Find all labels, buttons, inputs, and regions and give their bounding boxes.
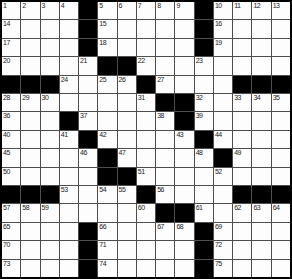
clue-number: 57: [3, 204, 10, 212]
cell-r6c11[interactable]: 32: [195, 94, 213, 111]
clue-number: 15: [99, 20, 106, 28]
cell-r1c4[interactable]: 4: [60, 2, 78, 19]
cell-r3c15[interactable]: [272, 39, 290, 56]
clue-number: 53: [61, 186, 68, 194]
cell-r1c12[interactable]: 10: [214, 2, 232, 19]
cell-r3c9[interactable]: [156, 39, 174, 56]
black-cell-r7c4: [60, 112, 78, 129]
cell-r3c13[interactable]: [233, 39, 251, 56]
cell-r5c11[interactable]: [195, 76, 213, 93]
black-cell-r14c5: [79, 241, 97, 258]
clue-number: 13: [273, 2, 280, 10]
cell-r10c13[interactable]: [233, 168, 251, 185]
cell-r14c15[interactable]: [272, 241, 290, 258]
black-cell-r8c5: [79, 131, 97, 148]
cell-r9c11[interactable]: 48: [195, 149, 213, 166]
clue-number: 56: [157, 186, 164, 194]
cell-r9c9[interactable]: [156, 149, 174, 166]
cell-r1c10[interactable]: 9: [175, 2, 193, 19]
clue-number: 70: [3, 241, 10, 249]
cell-r10c12[interactable]: 52: [214, 168, 232, 185]
clue-number: 8: [157, 2, 160, 10]
black-cell-r5c2: [21, 76, 39, 93]
clue-number: 35: [273, 94, 280, 102]
cell-r10c5[interactable]: [79, 168, 97, 185]
cell-r7c14[interactable]: [252, 112, 270, 129]
cell-r2c2[interactable]: [21, 20, 39, 37]
clue-number: 48: [196, 149, 203, 157]
cell-r15c6[interactable]: 74: [98, 260, 116, 277]
cell-r4c10[interactable]: [175, 57, 193, 74]
cell-r3c14[interactable]: [252, 39, 270, 56]
black-cell-r11c1: [2, 186, 20, 203]
clue-number: 36: [3, 112, 10, 120]
clue-number: 62: [234, 204, 241, 212]
clue-number: 21: [80, 57, 87, 65]
clue-number: 33: [234, 94, 241, 102]
cell-r7c11[interactable]: 39: [195, 112, 213, 129]
clue-number: 42: [99, 131, 106, 139]
cell-r12c4[interactable]: [60, 204, 78, 221]
cell-r1c6[interactable]: 5: [98, 2, 116, 19]
clue-number: 67: [157, 223, 164, 231]
clue-number: 71: [99, 241, 106, 249]
cell-r4c4[interactable]: [60, 57, 78, 74]
clue-number: 38: [157, 112, 164, 120]
cell-r14c10[interactable]: [175, 241, 193, 258]
cell-r11c4[interactable]: 53: [60, 186, 78, 203]
clue-number: 1: [3, 2, 6, 10]
cell-r5c5[interactable]: [79, 76, 97, 93]
black-cell-r4c7: [118, 57, 136, 74]
cell-r7c5[interactable]: 37: [79, 112, 97, 129]
cell-r10c2[interactable]: [21, 168, 39, 185]
cell-r9c5[interactable]: 46: [79, 149, 97, 166]
black-cell-r11c15: [272, 186, 290, 203]
cell-r1c2[interactable]: 2: [21, 2, 39, 19]
clue-number: 50: [3, 168, 10, 176]
cell-r4c12[interactable]: [214, 57, 232, 74]
clue-number: 14: [3, 20, 10, 28]
clue-number: 11: [234, 2, 240, 10]
cell-r2c9[interactable]: [156, 20, 174, 37]
black-cell-r1c11: [195, 2, 213, 19]
cell-r8c10[interactable]: 43: [175, 131, 193, 148]
cell-r4c3[interactable]: [41, 57, 59, 74]
cell-r8c2[interactable]: [21, 131, 39, 148]
clue-number: 37: [80, 112, 87, 120]
cell-r2c4[interactable]: [60, 20, 78, 37]
clue-number: 41: [61, 131, 68, 139]
cell-r14c2[interactable]: [21, 241, 39, 258]
cell-r8c13[interactable]: [233, 131, 251, 148]
cell-r10c8[interactable]: 51: [137, 168, 155, 185]
cell-r8c7[interactable]: [118, 131, 136, 148]
cell-r5c9[interactable]: 27: [156, 76, 174, 93]
cell-r13c4[interactable]: [60, 223, 78, 240]
clue-number: 66: [99, 223, 106, 231]
clue-number: 27: [157, 76, 164, 84]
clue-number: 28: [3, 94, 10, 102]
clue-number: 31: [138, 94, 145, 102]
clue-number: 51: [138, 168, 145, 176]
cell-r7c9[interactable]: 38: [156, 112, 174, 129]
cell-r14c8[interactable]: [137, 241, 155, 258]
cell-r11c9[interactable]: 56: [156, 186, 174, 203]
cell-r13c8[interactable]: [137, 223, 155, 240]
black-cell-r11c14: [252, 186, 270, 203]
cell-r13c9[interactable]: 67: [156, 223, 174, 240]
clue-number: 74: [99, 260, 106, 268]
clue-number: 5: [99, 2, 102, 10]
cell-r15c15[interactable]: [272, 260, 290, 277]
cell-r1c14[interactable]: 12: [252, 2, 270, 19]
crossword-board: 1234567891011121314151617181920212223242…: [0, 0, 292, 279]
cell-r3c10[interactable]: [175, 39, 193, 56]
cell-r7c6[interactable]: [98, 112, 116, 129]
cell-r2c15[interactable]: [272, 20, 290, 37]
cell-r2c7[interactable]: [118, 20, 136, 37]
cell-r7c7[interactable]: [118, 112, 136, 129]
cell-r8c9[interactable]: [156, 131, 174, 148]
cell-r15c10[interactable]: [175, 260, 193, 277]
cell-r15c8[interactable]: [137, 260, 155, 277]
cell-r9c7[interactable]: 47: [118, 149, 136, 166]
black-cell-r3c5: [79, 39, 97, 56]
cell-r10c11[interactable]: [195, 168, 213, 185]
black-cell-r3c11: [195, 39, 213, 56]
black-cell-r9c12: [214, 149, 232, 166]
cell-r5c4[interactable]: 24: [60, 76, 78, 93]
black-cell-r12c9: [156, 204, 174, 221]
black-cell-r2c11: [195, 20, 213, 37]
cell-r9c14[interactable]: [252, 149, 270, 166]
cell-r15c3[interactable]: [41, 260, 59, 277]
cell-r15c4[interactable]: [60, 260, 78, 277]
cell-r4c2[interactable]: [21, 57, 39, 74]
clue-number: 19: [215, 39, 222, 47]
clue-number: 12: [253, 2, 260, 10]
crossword-grid: 1234567891011121314151617181920212223242…: [0, 0, 292, 279]
cell-r13c3[interactable]: [41, 223, 59, 240]
cell-r13c15[interactable]: [272, 223, 290, 240]
cell-r5c7[interactable]: 26: [118, 76, 136, 93]
cell-r6c12[interactable]: [214, 94, 232, 111]
clue-number: 47: [119, 149, 126, 157]
black-cell-r8c11: [195, 131, 213, 148]
cell-r1c15[interactable]: 13: [272, 2, 290, 19]
black-cell-r14c11: [195, 241, 213, 258]
black-cell-r10c6: [98, 168, 116, 185]
cell-r15c2[interactable]: [21, 260, 39, 277]
cell-r8c6[interactable]: 42: [98, 131, 116, 148]
cell-r13c14[interactable]: [252, 223, 270, 240]
cell-r6c8[interactable]: 31: [137, 94, 155, 111]
black-cell-r1c5: [79, 2, 97, 19]
cell-r12c15[interactable]: 64: [272, 204, 290, 221]
clue-number: 58: [22, 204, 29, 212]
cell-r3c1[interactable]: 17: [2, 39, 20, 56]
clue-number: 30: [42, 94, 49, 102]
cell-r13c2[interactable]: [21, 223, 39, 240]
cell-r5c12[interactable]: [214, 76, 232, 93]
clue-number: 22: [138, 57, 145, 65]
clue-number: 60: [138, 204, 145, 212]
cell-r9c2[interactable]: [21, 149, 39, 166]
cell-r6c4[interactable]: [60, 94, 78, 111]
black-cell-r5c15: [272, 76, 290, 93]
cell-r15c14[interactable]: [252, 260, 270, 277]
cell-r15c9[interactable]: [156, 260, 174, 277]
black-cell-r2c5: [79, 20, 97, 37]
cell-r5c10[interactable]: [175, 76, 193, 93]
cell-r7c12[interactable]: [214, 112, 232, 129]
black-cell-r11c2: [21, 186, 39, 203]
cell-r4c13[interactable]: [233, 57, 251, 74]
cell-r12c13[interactable]: 62: [233, 204, 251, 221]
cell-r11c6[interactable]: 54: [98, 186, 116, 203]
cell-r6c14[interactable]: 34: [252, 94, 270, 111]
cell-r12c12[interactable]: [214, 204, 232, 221]
clue-number: 55: [119, 186, 126, 194]
clue-number: 68: [176, 223, 183, 231]
cell-r7c15[interactable]: [272, 112, 290, 129]
clue-number: 9: [176, 2, 179, 10]
cell-r6c15[interactable]: 35: [272, 94, 290, 111]
cell-r4c15[interactable]: [272, 57, 290, 74]
cell-r1c3[interactable]: 3: [41, 2, 59, 19]
cell-r6c2[interactable]: 29: [21, 94, 39, 111]
clue-number: 64: [273, 204, 280, 212]
cell-r1c8[interactable]: 7: [137, 2, 155, 19]
cell-r4c14[interactable]: [252, 57, 270, 74]
cell-r10c10[interactable]: [175, 168, 193, 185]
cell-r14c3[interactable]: [41, 241, 59, 258]
cell-r11c7[interactable]: 55: [118, 186, 136, 203]
cell-r8c14[interactable]: [252, 131, 270, 148]
cell-r9c13[interactable]: 49: [233, 149, 251, 166]
clue-number: 7: [138, 2, 141, 10]
cell-r1c7[interactable]: 6: [118, 2, 136, 19]
black-cell-r5c3: [41, 76, 59, 93]
black-cell-r12c10: [175, 204, 193, 221]
cell-r4c9[interactable]: [156, 57, 174, 74]
clue-number: 72: [215, 241, 222, 249]
cell-r6c1[interactable]: 28: [2, 94, 20, 111]
clue-number: 29: [22, 94, 29, 102]
clue-number: 17: [3, 39, 10, 47]
cell-r13c6[interactable]: 66: [98, 223, 116, 240]
clue-number: 61: [196, 204, 203, 212]
cell-r14c9[interactable]: [156, 241, 174, 258]
cell-r1c13[interactable]: 11: [233, 2, 251, 19]
cell-r6c13[interactable]: 33: [233, 94, 251, 111]
cell-r13c1[interactable]: 65: [2, 223, 20, 240]
cell-r14c7[interactable]: [118, 241, 136, 258]
cell-r10c1[interactable]: 50: [2, 168, 20, 185]
cell-r7c13[interactable]: [233, 112, 251, 129]
cell-r9c8[interactable]: [137, 149, 155, 166]
clue-number: 45: [3, 149, 10, 157]
cell-r12c2[interactable]: 58: [21, 204, 39, 221]
clue-number: 63: [253, 204, 260, 212]
clue-number: 2: [22, 2, 25, 10]
cell-r15c7[interactable]: [118, 260, 136, 277]
cell-r9c15[interactable]: [272, 149, 290, 166]
clue-number: 32: [196, 94, 203, 102]
black-cell-r10c7: [118, 168, 136, 185]
cell-r3c12[interactable]: 19: [214, 39, 232, 56]
cell-r9c10[interactable]: [175, 149, 193, 166]
black-cell-r5c14: [252, 76, 270, 93]
cell-r3c8[interactable]: [137, 39, 155, 56]
clue-number: 18: [99, 39, 106, 47]
cell-r2c14[interactable]: [252, 20, 270, 37]
cell-r13c7[interactable]: [118, 223, 136, 240]
clue-number: 73: [3, 260, 10, 268]
cell-r15c1[interactable]: 73: [2, 260, 20, 277]
black-cell-r4c6: [98, 57, 116, 74]
clue-number: 44: [215, 131, 222, 139]
cell-r12c6[interactable]: [98, 204, 116, 221]
cell-r13c12[interactable]: 69: [214, 223, 232, 240]
cell-r9c4[interactable]: [60, 149, 78, 166]
black-cell-r7c10: [175, 112, 193, 129]
cell-r6c7[interactable]: [118, 94, 136, 111]
cell-r12c3[interactable]: 59: [41, 204, 59, 221]
clue-number: 23: [196, 57, 203, 65]
cell-r12c7[interactable]: [118, 204, 136, 221]
cell-r8c3[interactable]: [41, 131, 59, 148]
cell-r10c3[interactable]: [41, 168, 59, 185]
clue-number: 25: [99, 76, 106, 84]
black-cell-r11c3: [41, 186, 59, 203]
black-cell-r6c9: [156, 94, 174, 111]
cell-r2c3[interactable]: [41, 20, 59, 37]
cell-r4c8[interactable]: 22: [137, 57, 155, 74]
cell-r6c3[interactable]: 30: [41, 94, 59, 111]
cell-r14c14[interactable]: [252, 241, 270, 258]
cell-r9c3[interactable]: [41, 149, 59, 166]
black-cell-r5c13: [233, 76, 251, 93]
cell-r4c1[interactable]: 20: [2, 57, 20, 74]
cell-r8c4[interactable]: 41: [60, 131, 78, 148]
cell-r5c6[interactable]: 25: [98, 76, 116, 93]
cell-r12c1[interactable]: 57: [2, 204, 20, 221]
cell-r2c10[interactable]: [175, 20, 193, 37]
clue-number: 65: [3, 223, 10, 231]
cell-r10c4[interactable]: [60, 168, 78, 185]
cell-r8c8[interactable]: [137, 131, 155, 148]
black-cell-r15c11: [195, 260, 213, 277]
cell-r12c5[interactable]: [79, 204, 97, 221]
black-cell-r13c11: [195, 223, 213, 240]
clue-number: 40: [3, 131, 10, 139]
cell-r11c5[interactable]: [79, 186, 97, 203]
cell-r2c6[interactable]: 15: [98, 20, 116, 37]
cell-r14c1[interactable]: 70: [2, 241, 20, 258]
cell-r2c13[interactable]: [233, 20, 251, 37]
clue-number: 69: [215, 223, 222, 231]
cell-r1c1[interactable]: 1: [2, 2, 20, 19]
black-cell-r5c8: [137, 76, 155, 93]
cell-r2c1[interactable]: 14: [2, 20, 20, 37]
cell-r12c11[interactable]: 61: [195, 204, 213, 221]
cell-r10c15[interactable]: [272, 168, 290, 185]
clue-number: 6: [119, 2, 122, 10]
cell-r13c10[interactable]: 68: [175, 223, 193, 240]
cell-r7c8[interactable]: [137, 112, 155, 129]
clue-number: 39: [196, 112, 203, 120]
clue-number: 24: [61, 76, 68, 84]
clue-number: 3: [42, 2, 45, 10]
clue-number: 59: [42, 204, 49, 212]
cell-r2c12[interactable]: 16: [214, 20, 232, 37]
black-cell-r13c5: [79, 223, 97, 240]
clue-number: 75: [215, 260, 222, 268]
cell-r2c8[interactable]: [137, 20, 155, 37]
cell-r1c9[interactable]: 8: [156, 2, 174, 19]
black-cell-r11c8: [137, 186, 155, 203]
clue-number: 26: [119, 76, 126, 84]
cell-r9c1[interactable]: 45: [2, 149, 20, 166]
cell-r8c15[interactable]: [272, 131, 290, 148]
cell-r3c7[interactable]: [118, 39, 136, 56]
clue-number: 43: [176, 131, 183, 139]
cell-r4c5[interactable]: 21: [79, 57, 97, 74]
cell-r8c1[interactable]: 40: [2, 131, 20, 148]
cell-r14c6[interactable]: 71: [98, 241, 116, 258]
clue-number: 46: [80, 149, 87, 157]
cell-r13c13[interactable]: [233, 223, 251, 240]
cell-r7c2[interactable]: [21, 112, 39, 129]
clue-number: 49: [234, 149, 241, 157]
cell-r15c12[interactable]: 75: [214, 260, 232, 277]
cell-r11c12[interactable]: [214, 186, 232, 203]
cell-r15c13[interactable]: [233, 260, 251, 277]
cell-r12c14[interactable]: 63: [252, 204, 270, 221]
cell-r7c1[interactable]: 36: [2, 112, 20, 129]
clue-number: 52: [215, 168, 222, 176]
cell-r3c6[interactable]: 18: [98, 39, 116, 56]
black-cell-r5c1: [2, 76, 20, 93]
clue-number: 16: [215, 20, 222, 28]
cell-r14c12[interactable]: 72: [214, 241, 232, 258]
cell-r10c9[interactable]: [156, 168, 174, 185]
cell-r6c6[interactable]: [98, 94, 116, 111]
clue-number: 10: [215, 2, 222, 10]
cell-r11c11[interactable]: [195, 186, 213, 203]
cell-r12c8[interactable]: 60: [137, 204, 155, 221]
cell-r3c2[interactable]: [21, 39, 39, 56]
cell-r6c5[interactable]: [79, 94, 97, 111]
cell-r4c11[interactable]: 23: [195, 57, 213, 74]
black-cell-r15c5: [79, 260, 97, 277]
cell-r11c10[interactable]: [175, 186, 193, 203]
cell-r7c3[interactable]: [41, 112, 59, 129]
clue-number: 4: [61, 2, 64, 10]
black-cell-r6c10: [175, 94, 193, 111]
clue-number: 34: [253, 94, 260, 102]
cell-r3c3[interactable]: [41, 39, 59, 56]
cell-r14c4[interactable]: [60, 241, 78, 258]
cell-r8c12[interactable]: 44: [214, 131, 232, 148]
cell-r3c4[interactable]: [60, 39, 78, 56]
cell-r14c13[interactable]: [233, 241, 251, 258]
clue-number: 20: [3, 57, 10, 65]
cell-r10c14[interactable]: [252, 168, 270, 185]
black-cell-r9c6: [98, 149, 116, 166]
